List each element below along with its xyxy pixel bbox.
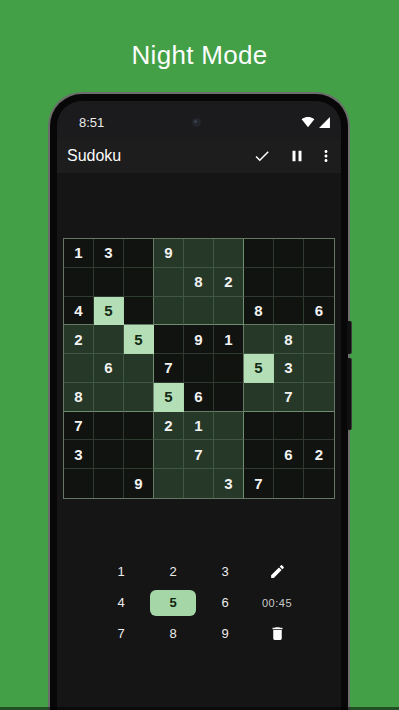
sudoku-board: 13982458625918675385677213762937: [63, 238, 335, 499]
sudoku-cell-r7c8[interactable]: [274, 412, 304, 441]
numpad-key-1[interactable]: 1: [95, 556, 147, 587]
sudoku-cell-r5c6[interactable]: [214, 354, 244, 383]
sudoku-cell-r3c1[interactable]: 4: [64, 297, 94, 326]
sudoku-cell-r6c1[interactable]: 8: [64, 383, 94, 412]
numpad-key-7[interactable]: 7: [95, 618, 147, 649]
sudoku-cell-r8c1[interactable]: 3: [64, 440, 94, 469]
sudoku-cell-r1c2[interactable]: 3: [94, 239, 124, 268]
check-icon[interactable]: [253, 147, 271, 165]
sudoku-cell-r8c4[interactable]: [154, 440, 184, 469]
sudoku-cell-r9c5[interactable]: [184, 469, 214, 498]
sudoku-cell-r1c4[interactable]: 9: [154, 239, 184, 268]
sudoku-cell-r4c6[interactable]: 1: [214, 325, 244, 354]
sudoku-cell-r6c2[interactable]: [94, 383, 124, 412]
sudoku-cell-r8c6[interactable]: [214, 440, 244, 469]
sudoku-cell-r6c5[interactable]: 6: [184, 383, 214, 412]
status-time: 8:51: [79, 115, 104, 130]
phone-volume-button: [347, 358, 352, 430]
sudoku-cell-r2c6[interactable]: 2: [214, 268, 244, 297]
sudoku-cell-r4c4[interactable]: [154, 325, 184, 354]
sudoku-cell-r9c3[interactable]: 9: [124, 469, 154, 498]
sudoku-cell-r3c3[interactable]: [124, 297, 154, 326]
selected-key-highlight: 5: [150, 590, 196, 616]
numpad-key-6[interactable]: 6: [199, 587, 251, 618]
sudoku-cell-r3c5[interactable]: [184, 297, 214, 326]
signal-icon: [318, 116, 331, 129]
delete-trash-icon[interactable]: [251, 618, 303, 649]
sudoku-cell-r4c2[interactable]: [94, 325, 124, 354]
sudoku-cell-r4c8[interactable]: 8: [274, 325, 304, 354]
sudoku-cell-r9c8[interactable]: [274, 469, 304, 498]
sudoku-cell-r4c9[interactable]: [304, 325, 334, 354]
phone-power-button: [347, 321, 352, 354]
sudoku-cell-r5c9[interactable]: [304, 354, 334, 383]
sudoku-cell-r3c8[interactable]: [274, 297, 304, 326]
sudoku-cell-r8c5[interactable]: 7: [184, 440, 214, 469]
sudoku-cell-r5c5[interactable]: [184, 354, 214, 383]
sudoku-cell-r5c2[interactable]: 6: [94, 354, 124, 383]
sudoku-cell-r2c5[interactable]: 8: [184, 268, 214, 297]
sudoku-cell-r7c2[interactable]: [94, 412, 124, 441]
sudoku-cell-r3c7[interactable]: 8: [244, 297, 274, 326]
sudoku-cell-r4c3[interactable]: 5: [124, 325, 154, 354]
sudoku-cell-r2c4[interactable]: [154, 268, 184, 297]
phone-mockup: 8:51 Sudoku 139824: [48, 92, 350, 710]
app-title: Sudoku: [67, 147, 253, 165]
sudoku-cell-r8c7[interactable]: [244, 440, 274, 469]
sudoku-cell-r6c6[interactable]: [214, 383, 244, 412]
number-pad: 1 2 3 4 5 6 00:45 7 8 9: [95, 556, 303, 649]
sudoku-cell-r2c7[interactable]: [244, 268, 274, 297]
numpad-key-2[interactable]: 2: [147, 556, 199, 587]
timer: 00:45: [251, 587, 303, 618]
sudoku-cell-r4c5[interactable]: 9: [184, 325, 214, 354]
page-title: Night Mode: [0, 40, 399, 71]
sudoku-cell-r4c7[interactable]: [244, 325, 274, 354]
numpad-key-3[interactable]: 3: [199, 556, 251, 587]
sudoku-cell-r8c8[interactable]: 6: [274, 440, 304, 469]
sudoku-cell-r7c1[interactable]: 7: [64, 412, 94, 441]
sudoku-cell-r7c9[interactable]: [304, 412, 334, 441]
sudoku-cell-r9c2[interactable]: [94, 469, 124, 498]
pause-icon[interactable]: [288, 147, 306, 165]
sudoku-cell-r1c1[interactable]: 1: [64, 239, 94, 268]
sudoku-cell-r2c1[interactable]: [64, 268, 94, 297]
sudoku-cell-r1c7[interactable]: [244, 239, 274, 268]
sudoku-cell-r5c4[interactable]: 7: [154, 354, 184, 383]
sudoku-cell-r1c9[interactable]: [304, 239, 334, 268]
sudoku-cell-r1c3[interactable]: [124, 239, 154, 268]
sudoku-cell-r9c7[interactable]: 7: [244, 469, 274, 498]
sudoku-cell-r2c8[interactable]: [274, 268, 304, 297]
sudoku-cell-r8c9[interactable]: 2: [304, 440, 334, 469]
sudoku-cell-r5c7[interactable]: 5: [244, 354, 274, 383]
sudoku-cell-r7c4[interactable]: 2: [154, 412, 184, 441]
sudoku-cell-r5c3[interactable]: [124, 354, 154, 383]
wifi-icon: [301, 116, 315, 128]
sudoku-cell-r7c7[interactable]: [244, 412, 274, 441]
status-bar: 8:51: [57, 101, 341, 141]
sudoku-cell-r9c9[interactable]: [304, 469, 334, 498]
sudoku-cell-r7c3[interactable]: [124, 412, 154, 441]
sudoku-cell-r9c4[interactable]: [154, 469, 184, 498]
sudoku-cell-r5c1[interactable]: [64, 354, 94, 383]
numpad-key-5-selected[interactable]: 5: [147, 587, 199, 618]
sudoku-cell-r6c8[interactable]: 7: [274, 383, 304, 412]
sudoku-cell-r9c6[interactable]: 3: [214, 469, 244, 498]
app-bar: Sudoku: [57, 139, 341, 173]
numpad-key-8[interactable]: 8: [147, 618, 199, 649]
sudoku-cell-r6c4[interactable]: 5: [154, 383, 184, 412]
sudoku-cell-r7c5[interactable]: 1: [184, 412, 214, 441]
sudoku-cell-r2c2[interactable]: [94, 268, 124, 297]
edit-pencil-icon[interactable]: [251, 556, 303, 587]
numpad-key-4[interactable]: 4: [95, 587, 147, 618]
sudoku-cell-r9c1[interactable]: [64, 469, 94, 498]
phone-screen: 8:51 Sudoku 139824: [57, 101, 341, 710]
sudoku-cell-r3c2[interactable]: 5: [94, 297, 124, 326]
sudoku-cell-r8c3[interactable]: [124, 440, 154, 469]
sudoku-cell-r7c6[interactable]: [214, 412, 244, 441]
sudoku-cell-r1c8[interactable]: [274, 239, 304, 268]
sudoku-cell-r3c6[interactable]: [214, 297, 244, 326]
sudoku-cell-r1c5[interactable]: [184, 239, 214, 268]
camera-punch-hole: [192, 118, 201, 127]
numpad-key-9[interactable]: 9: [199, 618, 251, 649]
sudoku-cell-r2c9[interactable]: [304, 268, 334, 297]
sudoku-cell-r2c3[interactable]: [124, 268, 154, 297]
sudoku-cell-r1c6[interactable]: [214, 239, 244, 268]
sudoku-cell-r6c7[interactable]: [244, 383, 274, 412]
sudoku-cell-r6c9[interactable]: [304, 383, 334, 412]
sudoku-cell-r4c1[interactable]: 2: [64, 325, 94, 354]
sudoku-cell-r3c4[interactable]: [154, 297, 184, 326]
sudoku-cell-r3c9[interactable]: 6: [304, 297, 334, 326]
sudoku-cell-r5c8[interactable]: 3: [274, 354, 304, 383]
overflow-menu-icon[interactable]: [317, 147, 335, 165]
sudoku-cell-r8c2[interactable]: [94, 440, 124, 469]
sudoku-cell-r6c3[interactable]: [124, 383, 154, 412]
